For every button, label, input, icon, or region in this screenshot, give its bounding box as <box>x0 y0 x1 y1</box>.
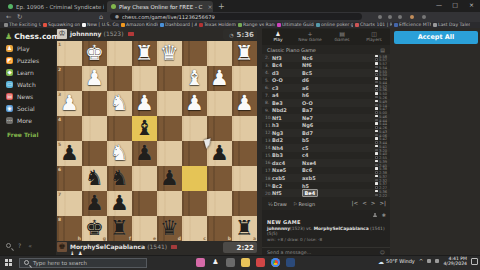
paint-3d-icon[interactable] <box>196 258 205 267</box>
white-time-icon <box>375 107 378 110</box>
white-queen-piece: ♛ <box>157 41 182 66</box>
black-move[interactable]: Ne7 <box>302 115 332 121</box>
sidebar-item-label: Learn <box>17 69 34 76</box>
white-move[interactable]: dxc4 <box>272 160 302 166</box>
square-g2[interactable]: ♟ <box>82 66 107 91</box>
chat-header-icons: ✱ <box>373 212 386 218</box>
sidebar-item-play[interactable]: ♟Play <box>6 45 30 52</box>
move-number: 13. <box>262 138 272 143</box>
square-g4[interactable] <box>82 116 107 141</box>
panel-tab-label: New Game <box>294 37 326 42</box>
move-number: 18. <box>262 176 272 181</box>
black-move[interactable]: d6 <box>302 77 332 83</box>
black-move[interactable]: Nc6 <box>302 55 332 61</box>
bookmark-favicon-icon <box>121 23 125 27</box>
bookmark-label: Texas Holdem Tour <box>204 22 236 27</box>
panel-tab-games[interactable]: ▤Games <box>326 29 358 45</box>
bookmark-item[interactable]: online poker g <box>316 22 353 27</box>
bookmark-label: Ultimate Guide to A <box>282 22 314 27</box>
square-e6[interactable] <box>132 166 157 191</box>
bookmark-item[interactable]: Squawking on Poin <box>43 22 80 27</box>
move-row: 15.Bb3c45:402:55 <box>262 152 390 160</box>
panel-tabs: ♟Play+New Game▤Games◫Players <box>262 29 390 45</box>
square-f8[interactable]: ♜f <box>107 216 132 241</box>
chess-board[interactable]: 1♚♜♛♜2♟♝♟♟3♞♟♟♟4♝♟5♞♟♟6♞♞♟7♟♟8h♚g♜fe♛dcb… <box>57 41 257 241</box>
bookmark-item[interactable]: The Exciting Union <box>4 22 41 27</box>
square-e1[interactable]: ♜ <box>132 41 157 66</box>
move-row: 17.Nxe5Bc65:382:38 <box>262 167 390 175</box>
lock-icon: ● <box>115 14 119 19</box>
square-b8[interactable]: b <box>207 216 232 241</box>
white-time-icon <box>375 70 378 73</box>
window-minimize-button[interactable]: — <box>436 1 442 8</box>
white-pawn-piece: ♟ <box>82 66 107 91</box>
start-button[interactable] <box>5 259 12 266</box>
black-move[interactable]: axb5 <box>302 175 332 181</box>
square-g7[interactable]: ♟ <box>82 191 107 216</box>
grid-app-icon[interactable] <box>226 258 235 267</box>
sidebar-item-label: Play <box>17 45 30 52</box>
bookmark-favicon-icon <box>238 23 242 27</box>
square-a1[interactable]: ♜ <box>232 41 257 66</box>
square-c6[interactable] <box>182 166 207 191</box>
square-g6[interactable]: ♞ <box>82 166 107 191</box>
square-g1[interactable]: ♚ <box>82 41 107 66</box>
rank-label: 3 <box>58 92 61 97</box>
bookmark-item[interactable]: Texas Holdem Tour <box>199 22 236 27</box>
file-label: e <box>153 236 156 241</box>
bookmark-label: Charts 101 | RakeF <box>360 22 392 27</box>
white-move[interactable]: Nf1 <box>272 115 302 121</box>
accept-all-button[interactable]: Accept All <box>394 31 478 44</box>
opponent-username[interactable]: johnnnny <box>70 30 101 37</box>
white-move[interactable]: Nxe5 <box>272 167 302 173</box>
square-h1[interactable]: 1 <box>57 41 82 66</box>
player-username[interactable]: MorphySelCapablanca <box>70 243 145 250</box>
sidebar-item-more[interactable]: ⋯More <box>6 117 32 124</box>
nav-first-icon[interactable]: |< <box>352 200 359 206</box>
bookmark-label: Amazon Kindle Dire <box>126 22 158 27</box>
move-number: 5. <box>262 78 272 83</box>
black-move[interactable]: b5 <box>302 137 332 143</box>
white-move[interactable]: Bb3 <box>272 152 302 158</box>
gear-icon[interactable]: ✱ <box>382 212 386 218</box>
white-move[interactable]: Nf5 <box>272 190 302 196</box>
black-move[interactable]: c4 <box>302 152 332 158</box>
square-c1[interactable] <box>182 41 207 66</box>
white-move[interactable]: Bc4 <box>272 62 302 68</box>
square-e3[interactable]: ♟ <box>132 91 157 116</box>
chess-app-icon[interactable]: ♟ <box>211 258 220 267</box>
white-move[interactable]: Nh4 <box>272 145 302 151</box>
sidebar-item-learn[interactable]: ◆Learn <box>6 69 34 76</box>
settings-menu-icon[interactable] <box>422 15 426 19</box>
panel-tab-play[interactable]: ♟Play <box>262 29 294 45</box>
square-f7[interactable]: ♟ <box>107 191 132 216</box>
move-number: 3. <box>262 63 272 68</box>
black-bishop-piece: ♝ <box>132 116 157 141</box>
chat-white-rating: (1523) <box>290 226 305 231</box>
bookmark-label: New [ U.S. Copyrigh <box>87 22 119 27</box>
bookmark-label: Efficience MTM Sync <box>399 22 431 27</box>
white-time-icon <box>375 167 378 170</box>
nav-forward-icon[interactable]: > <box>371 200 376 206</box>
file-label: b <box>228 236 231 241</box>
move-row: 2.Nf3Nc65:585:57 <box>262 54 390 62</box>
player-name: MorphySelCapablanca (1541) <box>70 243 177 250</box>
player-flag-icon <box>171 245 177 249</box>
black-pawn-piece: ♟ <box>107 191 132 216</box>
white-time-icon <box>375 145 378 148</box>
square-c7[interactable] <box>182 191 207 216</box>
square-f4[interactable] <box>107 116 132 141</box>
square-d4[interactable] <box>157 116 182 141</box>
spectators-icon[interactable] <box>373 213 377 217</box>
resign-button[interactable]: ⚐Resign <box>293 201 315 207</box>
draw-label: Draw <box>274 201 287 207</box>
sidebar-item-label: News <box>17 93 33 100</box>
move-number: 9. <box>262 108 272 113</box>
opponent-flag-icon <box>128 32 134 36</box>
white-move[interactable]: h3 <box>272 122 302 128</box>
white-time-icon <box>375 115 378 118</box>
white-move[interactable]: Nf3 <box>272 55 302 61</box>
rank-label: 7 <box>58 192 61 197</box>
square-a2[interactable] <box>232 66 257 91</box>
chat-input[interactable]: Send a message... ☺ <box>262 247 390 255</box>
black-knight-piece: ♞ <box>82 166 107 191</box>
square-f5[interactable]: ♞ <box>107 141 132 166</box>
move-row: 10.Nf1Ne75:464:44 <box>262 114 390 122</box>
sidebar-item-news[interactable]: ▤News <box>6 93 33 100</box>
white-move[interactable]: Ng3 <box>272 130 302 136</box>
sidebar-bottom-icons: ? « <box>6 242 32 249</box>
player-rating: (1541) <box>147 243 167 250</box>
move-row: 4.d3Bc55:555:50 <box>262 69 390 77</box>
white-move[interactable]: Bc2 <box>272 183 302 189</box>
square-g8[interactable]: ♚g <box>82 216 107 241</box>
move-number: 4. <box>262 70 272 75</box>
move-row: 8.Be3O-O5:495:14 <box>262 99 390 107</box>
bookmark-favicon-icon <box>4 23 8 27</box>
dark-app-icon[interactable] <box>286 258 295 267</box>
panel-tab-players[interactable]: ◫Players <box>358 29 390 45</box>
square-b4[interactable] <box>207 116 232 141</box>
square-b2[interactable]: ♟ <box>207 66 232 91</box>
panel-tab-label: Games <box>326 37 358 42</box>
chat-black-name: MorphySelCapablanca <box>314 226 369 231</box>
panel-tab-label: Players <box>358 37 390 42</box>
move-list[interactable]: 2.Nf3Nc65:585:573.Bc4Nf65:575:544.d3Bc55… <box>262 54 390 197</box>
white-time-icon <box>375 152 378 155</box>
square-e7[interactable] <box>132 191 157 216</box>
black-move[interactable]: Bd7 <box>302 130 332 136</box>
home-icon[interactable]: ⌂ <box>99 13 103 21</box>
bookmark-item[interactable]: New [ U.S. Copyrigh <box>82 22 119 27</box>
white-rook-piece: ♜ <box>132 41 157 66</box>
chrome-icon[interactable] <box>271 258 280 267</box>
move-number: 8. <box>262 100 272 105</box>
white-king-piece: ♚ <box>82 41 107 66</box>
black-pawn-piece: ♟ <box>157 166 182 191</box>
white-time-icon <box>375 190 378 193</box>
bookmark-favicon-icon <box>199 23 203 27</box>
games-icon: ▤ <box>326 30 358 37</box>
tray-icon[interactable] <box>427 259 431 263</box>
square-a3[interactable]: ♟ <box>232 91 257 116</box>
bookmark-label: Squawking on Poin <box>48 22 80 27</box>
square-a6[interactable] <box>232 166 257 191</box>
black-pawn-piece: ♟ <box>132 141 157 166</box>
square-h7[interactable]: 7 <box>57 191 82 216</box>
square-b3[interactable] <box>207 91 232 116</box>
opponent-avatar[interactable]: ♔ <box>57 29 67 39</box>
opening-book-icon[interactable]: ▤ <box>380 47 385 53</box>
opponent-player-bar: ♔ johnnnny (1523) ◔ 5:36 <box>57 29 257 41</box>
square-d3[interactable] <box>157 91 182 116</box>
white-time-icon <box>375 175 378 178</box>
player-avatar[interactable]: ♚ <box>57 242 67 252</box>
bookmark-label: The Exciting Union <box>9 22 41 27</box>
square-a7[interactable] <box>232 191 257 216</box>
current-move[interactable]: Be4 <box>302 189 318 197</box>
square-d5[interactable] <box>157 141 182 166</box>
players-icon: ◫ <box>358 30 390 37</box>
bookmark-item[interactable]: Efficience MTM Sync <box>394 22 431 27</box>
white-move[interactable]: a4 <box>272 92 302 98</box>
black-move[interactable]: Nxe4 <box>302 160 332 166</box>
file-label: c <box>203 236 206 241</box>
square-e2[interactable] <box>132 66 157 91</box>
tab2-close-icon[interactable]: × <box>207 3 212 10</box>
square-c3[interactable]: ♟ <box>182 91 207 116</box>
rank-label: 5 <box>58 142 61 147</box>
move-number: 12. <box>262 130 272 135</box>
sidebar-item-social[interactable]: ◉Social <box>6 105 35 112</box>
square-h8[interactable]: 8h <box>57 216 82 241</box>
system-tray: ☁ 50°F Windy ^ 4:41 PM 4/29/2024 <box>378 256 478 267</box>
more-icon: ⋯ <box>6 117 13 124</box>
tray-icon[interactable] <box>435 259 439 263</box>
bookmarks-bar: The Exciting UnionSquawking on PoinNew [… <box>0 22 480 29</box>
rank-label: 6 <box>58 167 61 172</box>
bookmark-label: Dashboard | Add n <box>165 22 197 27</box>
black-move[interactable]: Bc6 <box>302 167 332 173</box>
square-a4[interactable] <box>232 116 257 141</box>
extension-icon[interactable] <box>378 15 382 19</box>
window-maximize-button[interactable]: □ <box>452 1 458 8</box>
white-move[interactable]: O-O <box>272 77 302 83</box>
white-time-icon <box>375 55 378 58</box>
square-f1[interactable] <box>107 41 132 66</box>
bookmark-favicon-icon <box>433 23 437 27</box>
sidebar-item-watch[interactable]: ▭Watch <box>6 81 36 88</box>
square-h5[interactable]: ♟5 <box>57 141 82 166</box>
square-c8[interactable]: c <box>182 216 207 241</box>
taskbar-clock[interactable]: 4:41 PM 4/29/2024 <box>443 256 467 267</box>
red-app-icon[interactable] <box>256 258 265 267</box>
white-move[interactable]: d3 <box>272 70 302 76</box>
white-move[interactable]: Be3 <box>272 100 302 106</box>
search-icon[interactable] <box>6 243 11 248</box>
extension-icon[interactable] <box>388 15 392 19</box>
collapse-icon[interactable]: « <box>28 242 32 249</box>
square-e5[interactable]: ♟ <box>132 141 157 166</box>
chat-rating-odds: win: +8 / draw: 0 / lose: -8 <box>267 237 322 242</box>
taskbar-search[interactable]: Type here to search <box>19 258 147 269</box>
opponent-name: johnnnny (1523) <box>70 30 134 37</box>
bookmark-item[interactable]: Charts 101 | RakeF <box>355 22 392 27</box>
move-number: 20. <box>262 191 272 196</box>
sidebar-item-label: Watch <box>17 81 36 88</box>
black-time-icon <box>375 194 378 197</box>
rank-label: 8 <box>58 217 61 222</box>
square-d2[interactable] <box>157 66 182 91</box>
square-f2[interactable] <box>107 66 132 91</box>
chat-box: ✱ NEW GAME johnnnny(1523) vs. MorphySelC… <box>262 210 390 255</box>
move-row: 20.Nf5Be45:362:22 <box>262 189 390 197</box>
square-e4[interactable]: ♝ <box>132 116 157 141</box>
sidebar-item-puzzles[interactable]: ◩Puzzles <box>6 57 39 64</box>
bookmark-item[interactable]: Amazon Kindle Dire <box>121 22 158 27</box>
weather-text: 50°F Windy <box>386 258 415 264</box>
black-move[interactable]: h6 <box>302 92 332 98</box>
square-c2[interactable]: ♝ <box>182 66 207 91</box>
square-d6[interactable]: ♟ <box>157 166 182 191</box>
move-row: 6.c3a65:525:36 <box>262 84 390 92</box>
social-icon: ◉ <box>6 105 13 112</box>
bookmark-favicon-icon <box>160 23 164 27</box>
white-pawn-piece: ♟ <box>232 91 257 116</box>
draw-half-icon: ½ <box>268 201 273 207</box>
clock-icon: ◔ <box>229 32 233 38</box>
window-close-button[interactable]: × <box>469 1 474 8</box>
resign-flag-icon: ⚐ <box>293 201 297 207</box>
play-icon: ♟ <box>6 45 13 52</box>
news-icon: ▤ <box>6 93 13 100</box>
black-move[interactable]: Nf6 <box>302 62 332 68</box>
nav-back-icon[interactable]: < <box>362 200 367 206</box>
bookmark-item[interactable]: Ultimate Guide to A <box>277 22 314 27</box>
square-f6[interactable]: ♞ <box>107 166 132 191</box>
white-rook-piece: ♜ <box>232 41 257 66</box>
draw-button[interactable]: ½Draw <box>268 201 287 207</box>
chesscom-logo[interactable]: ♟ Chess.com <box>5 32 59 41</box>
black-move[interactable]: Be4 <box>302 189 332 197</box>
move-number: 7. <box>262 93 272 98</box>
bookmark-item[interactable]: Dashboard | Add n <box>160 22 197 27</box>
mail-app-icon[interactable] <box>241 258 250 267</box>
black-knight-piece: ♞ <box>107 166 132 191</box>
profile-avatar[interactable] <box>410 15 414 19</box>
url-text: chess.com/game/live/11236256679 <box>122 14 215 20</box>
square-d1[interactable]: ♛ <box>157 41 182 66</box>
black-move[interactable]: Bc5 <box>302 70 332 76</box>
free-trial-button[interactable]: Free Trial <box>7 131 38 138</box>
learn-icon: ◆ <box>6 69 13 76</box>
square-h6[interactable]: 6 <box>57 166 82 191</box>
notification-center-icon[interactable] <box>471 258 478 265</box>
black-move[interactable]: h5 <box>302 183 332 189</box>
square-c4[interactable] <box>182 116 207 141</box>
bookmark-item[interactable]: Range vs Range Eq <box>238 22 275 27</box>
square-b6[interactable] <box>207 166 232 191</box>
white-move[interactable]: Bd2 <box>272 137 302 143</box>
rank-label: 2 <box>58 67 61 72</box>
move-number: 16. <box>262 160 272 165</box>
browser-tab-1[interactable]: Ep. 10906 - Criminal Syndicate in th <box>4 1 104 12</box>
chat-placeholder: Send a message... <box>267 250 311 255</box>
bookmark-favicon-icon <box>277 23 281 27</box>
black-move[interactable]: Ng6 <box>302 122 332 128</box>
square-a8[interactable]: ♜a <box>232 216 257 241</box>
nav-last-icon[interactable]: >| <box>379 200 386 206</box>
tab2-favicon-pawn-icon <box>111 4 116 9</box>
sidebar-item-label: More <box>17 117 32 124</box>
panel-tab-new-game[interactable]: +New Game <box>294 29 326 45</box>
puzzles-icon: ◩ <box>6 57 13 64</box>
black-pawn-piece: ♟ <box>82 191 107 216</box>
black-move[interactable]: Ba7 <box>302 107 332 113</box>
bookmark-label: Last Day Talent Co <box>438 22 470 27</box>
black-move[interactable]: c5 <box>302 145 332 151</box>
square-d8[interactable]: ♛d <box>157 216 182 241</box>
screen: Ep. 10906 - Criminal Syndicate in th Pla… <box>0 0 480 270</box>
square-a5[interactable] <box>232 141 257 166</box>
square-h4[interactable]: 4 <box>57 116 82 141</box>
square-g5[interactable] <box>82 141 107 166</box>
square-c5[interactable] <box>182 141 207 166</box>
white-move[interactable]: c3 <box>272 85 302 91</box>
square-b7[interactable] <box>207 191 232 216</box>
refresh-icon[interactable]: ↻ <box>17 13 22 21</box>
player-clock-time: 2:22 <box>237 244 254 252</box>
square-d7[interactable] <box>157 191 182 216</box>
move-number: 19. <box>262 183 272 188</box>
play-icon: ♟ <box>262 30 294 37</box>
browser-tab-2-active[interactable]: Play Chess Online for FREE - C × <box>107 1 213 12</box>
white-move[interactable]: Nbd2 <box>272 107 302 113</box>
move-number: 15. <box>262 153 272 158</box>
white-time-icon <box>375 182 378 185</box>
black-move[interactable]: O-O <box>302 100 332 106</box>
back-icon[interactable]: ← <box>6 13 11 21</box>
square-h2[interactable]: 2 <box>57 66 82 91</box>
file-label: g <box>103 236 106 241</box>
move-number: 10. <box>262 115 272 120</box>
white-pawn-piece: ♟ <box>132 91 157 116</box>
square-b1[interactable] <box>207 41 232 66</box>
url-field[interactable]: ● chess.com/game/live/11236256679 <box>110 13 362 20</box>
bookmark-item[interactable]: Last Day Talent Co <box>433 22 470 27</box>
bookmark-label: Range vs Range Eq <box>243 22 275 27</box>
white-move[interactable]: cxb5 <box>272 175 302 181</box>
black-move[interactable]: a6 <box>302 85 332 91</box>
tray-expand-icon[interactable]: ^ <box>419 258 424 264</box>
new-tab-button[interactable]: + <box>218 2 225 11</box>
square-g3[interactable] <box>82 91 107 116</box>
square-e8[interactable]: e <box>132 216 157 241</box>
help-icon[interactable]: ? <box>18 242 21 249</box>
square-h3[interactable]: ♟3 <box>57 91 82 116</box>
favorites-star-icon[interactable] <box>398 15 402 19</box>
move-number: 6. <box>262 85 272 90</box>
bookmark-favicon-icon <box>394 23 398 27</box>
white-time-icon <box>375 77 378 80</box>
square-f3[interactable]: ♞ <box>107 91 132 116</box>
weather-widget[interactable]: ☁ 50°F Windy <box>378 258 415 265</box>
bookmark-favicon-icon <box>316 23 320 27</box>
